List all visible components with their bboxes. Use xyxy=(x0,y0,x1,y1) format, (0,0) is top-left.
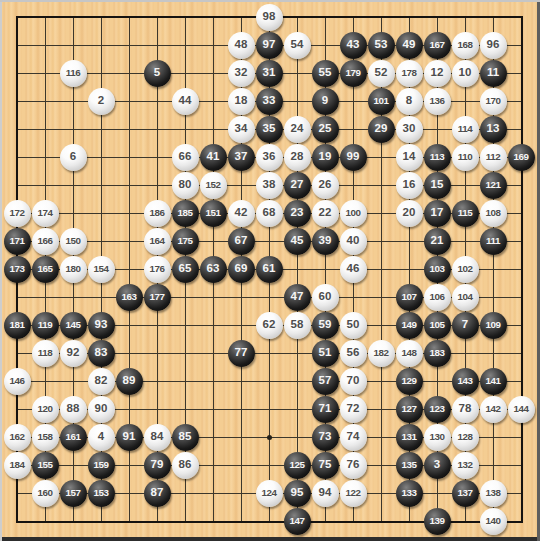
stone-77: 77 xyxy=(228,340,255,367)
stone-119: 119 xyxy=(32,312,59,339)
stone-56: 56 xyxy=(340,340,367,367)
stone-178: 178 xyxy=(396,60,423,87)
stone-3: 3 xyxy=(424,452,451,479)
stone-53: 53 xyxy=(368,32,395,59)
stone-33: 33 xyxy=(256,88,283,115)
stone-11: 11 xyxy=(480,60,507,87)
stone-154: 154 xyxy=(88,256,115,283)
stone-162: 162 xyxy=(4,424,31,451)
stone-32: 32 xyxy=(228,60,255,87)
stone-99: 99 xyxy=(340,144,367,171)
stone-137: 137 xyxy=(452,480,479,507)
stone-166: 166 xyxy=(32,228,59,255)
stone-184: 184 xyxy=(4,452,31,479)
stone-120: 120 xyxy=(32,396,59,423)
stone-168: 168 xyxy=(452,32,479,59)
stone-68: 68 xyxy=(256,200,283,227)
stone-52: 52 xyxy=(368,60,395,87)
stone-160: 160 xyxy=(32,480,59,507)
stone-179: 179 xyxy=(340,60,367,87)
stone-161: 161 xyxy=(60,424,87,451)
stone-121: 121 xyxy=(480,172,507,199)
stone-36: 36 xyxy=(256,144,283,171)
stone-106: 106 xyxy=(424,284,451,311)
stone-127: 127 xyxy=(396,396,423,423)
stone-123: 123 xyxy=(424,396,451,423)
stone-172: 172 xyxy=(4,200,31,227)
stone-122: 122 xyxy=(340,480,367,507)
stone-130: 130 xyxy=(424,424,451,451)
stone-74: 74 xyxy=(340,424,367,451)
stone-96: 96 xyxy=(480,32,507,59)
stone-113: 113 xyxy=(424,144,451,171)
stone-80: 80 xyxy=(172,172,199,199)
stone-91: 91 xyxy=(116,424,143,451)
stone-17: 17 xyxy=(424,200,451,227)
stone-115: 115 xyxy=(452,200,479,227)
stone-46: 46 xyxy=(340,256,367,283)
stone-82: 82 xyxy=(88,368,115,395)
stone-105: 105 xyxy=(424,312,451,339)
stone-37: 37 xyxy=(228,144,255,171)
stone-185: 185 xyxy=(172,200,199,227)
stone-76: 76 xyxy=(340,452,367,479)
stone-12: 12 xyxy=(424,60,451,87)
stone-71: 71 xyxy=(312,396,339,423)
stone-103: 103 xyxy=(424,256,451,283)
stone-176: 176 xyxy=(144,256,171,283)
stone-143: 143 xyxy=(452,368,479,395)
stone-26: 26 xyxy=(312,172,339,199)
stone-59: 59 xyxy=(312,312,339,339)
stone-23: 23 xyxy=(284,200,311,227)
stone-85: 85 xyxy=(172,424,199,451)
stone-153: 153 xyxy=(88,480,115,507)
stone-174: 174 xyxy=(32,200,59,227)
stone-157: 157 xyxy=(60,480,87,507)
stone-83: 83 xyxy=(88,340,115,367)
stone-181: 181 xyxy=(4,312,31,339)
stone-7: 7 xyxy=(452,312,479,339)
stone-175: 175 xyxy=(172,228,199,255)
stone-114: 114 xyxy=(452,116,479,143)
stone-15: 15 xyxy=(424,172,451,199)
stone-101: 101 xyxy=(368,88,395,115)
stone-97: 97 xyxy=(256,32,283,59)
stone-45: 45 xyxy=(284,228,311,255)
stone-48: 48 xyxy=(228,32,255,59)
stone-90: 90 xyxy=(88,396,115,423)
stone-61: 61 xyxy=(256,256,283,283)
stone-19: 19 xyxy=(312,144,339,171)
stone-70: 70 xyxy=(340,368,367,395)
stone-10: 10 xyxy=(452,60,479,87)
stone-72: 72 xyxy=(340,396,367,423)
stone-51: 51 xyxy=(312,340,339,367)
stone-13: 13 xyxy=(480,116,507,143)
stone-75: 75 xyxy=(312,452,339,479)
stone-62: 62 xyxy=(256,312,283,339)
stone-57: 57 xyxy=(312,368,339,395)
stone-151: 151 xyxy=(200,200,227,227)
stone-89: 89 xyxy=(116,368,143,395)
stone-98: 98 xyxy=(256,4,283,31)
stone-78: 78 xyxy=(452,396,479,423)
go-board[interactable]: 9848975443534916716896116532315517952178… xyxy=(0,0,540,541)
stone-29: 29 xyxy=(368,116,395,143)
stone-21: 21 xyxy=(424,228,451,255)
stone-183: 183 xyxy=(424,340,451,367)
stone-95: 95 xyxy=(284,480,311,507)
stone-141: 141 xyxy=(480,368,507,395)
stone-94: 94 xyxy=(312,480,339,507)
stone-43: 43 xyxy=(340,32,367,59)
stone-112: 112 xyxy=(480,144,507,171)
stone-20: 20 xyxy=(396,200,423,227)
stone-79: 79 xyxy=(144,452,171,479)
stone-60: 60 xyxy=(312,284,339,311)
stone-27: 27 xyxy=(284,172,311,199)
stone-104: 104 xyxy=(452,284,479,311)
stone-55: 55 xyxy=(312,60,339,87)
stone-24: 24 xyxy=(284,116,311,143)
stone-167: 167 xyxy=(424,32,451,59)
stone-35: 35 xyxy=(256,116,283,143)
stone-150: 150 xyxy=(60,228,87,255)
stone-42: 42 xyxy=(228,200,255,227)
stone-107: 107 xyxy=(396,284,423,311)
stone-186: 186 xyxy=(144,200,171,227)
stone-129: 129 xyxy=(396,368,423,395)
stone-44: 44 xyxy=(172,88,199,115)
stone-144: 144 xyxy=(508,396,535,423)
stone-128: 128 xyxy=(452,424,479,451)
stone-16: 16 xyxy=(396,172,423,199)
stone-169: 169 xyxy=(508,144,535,171)
stone-170: 170 xyxy=(480,88,507,115)
stone-84: 84 xyxy=(144,424,171,451)
stone-147: 147 xyxy=(284,508,311,535)
stone-135: 135 xyxy=(396,452,423,479)
stone-118: 118 xyxy=(32,340,59,367)
stone-125: 125 xyxy=(284,452,311,479)
stone-142: 142 xyxy=(480,396,507,423)
stone-58: 58 xyxy=(284,312,311,339)
stone-65: 65 xyxy=(172,256,199,283)
stone-177: 177 xyxy=(144,284,171,311)
stone-131: 131 xyxy=(396,424,423,451)
stone-145: 145 xyxy=(60,312,87,339)
stone-165: 165 xyxy=(32,256,59,283)
stone-116: 116 xyxy=(60,60,87,87)
stone-100: 100 xyxy=(340,200,367,227)
stone-173: 173 xyxy=(4,256,31,283)
stone-6: 6 xyxy=(60,144,87,171)
stone-40: 40 xyxy=(340,228,367,255)
stone-9: 9 xyxy=(312,88,339,115)
stone-171: 171 xyxy=(4,228,31,255)
stone-92: 92 xyxy=(60,340,87,367)
stone-159: 159 xyxy=(88,452,115,479)
stone-41: 41 xyxy=(200,144,227,171)
stone-146: 146 xyxy=(4,368,31,395)
stone-158: 158 xyxy=(32,424,59,451)
stone-34: 34 xyxy=(228,116,255,143)
stone-73: 73 xyxy=(312,424,339,451)
stone-133: 133 xyxy=(396,480,423,507)
stone-47: 47 xyxy=(284,284,311,311)
stone-110: 110 xyxy=(452,144,479,171)
stone-87: 87 xyxy=(144,480,171,507)
stone-111: 111 xyxy=(480,228,507,255)
stone-38: 38 xyxy=(256,172,283,199)
stone-31: 31 xyxy=(256,60,283,87)
stone-163: 163 xyxy=(116,284,143,311)
stone-8: 8 xyxy=(396,88,423,115)
stone-132: 132 xyxy=(452,452,479,479)
stone-30: 30 xyxy=(396,116,423,143)
stone-138: 138 xyxy=(480,480,507,507)
stone-109: 109 xyxy=(480,312,507,339)
stone-124: 124 xyxy=(256,480,283,507)
stone-182: 182 xyxy=(368,340,395,367)
stone-88: 88 xyxy=(60,396,87,423)
star-point xyxy=(267,435,272,440)
stone-4: 4 xyxy=(88,424,115,451)
stone-108: 108 xyxy=(480,200,507,227)
stone-14: 14 xyxy=(396,144,423,171)
stone-180: 180 xyxy=(60,256,87,283)
stone-69: 69 xyxy=(228,256,255,283)
stone-93: 93 xyxy=(88,312,115,339)
stone-54: 54 xyxy=(284,32,311,59)
stone-2: 2 xyxy=(88,88,115,115)
stone-5: 5 xyxy=(144,60,171,87)
stone-86: 86 xyxy=(172,452,199,479)
stone-149: 149 xyxy=(396,312,423,339)
stone-66: 66 xyxy=(172,144,199,171)
stone-49: 49 xyxy=(396,32,423,59)
stone-39: 39 xyxy=(312,228,339,255)
stone-18: 18 xyxy=(228,88,255,115)
stone-28: 28 xyxy=(284,144,311,171)
stone-148: 148 xyxy=(396,340,423,367)
stone-155: 155 xyxy=(32,452,59,479)
stone-67: 67 xyxy=(228,228,255,255)
stone-63: 63 xyxy=(200,256,227,283)
stone-140: 140 xyxy=(480,508,507,535)
stone-152: 152 xyxy=(200,172,227,199)
stone-102: 102 xyxy=(452,256,479,283)
stone-22: 22 xyxy=(312,200,339,227)
stone-139: 139 xyxy=(424,508,451,535)
stone-25: 25 xyxy=(312,116,339,143)
stone-164: 164 xyxy=(144,228,171,255)
stone-50: 50 xyxy=(340,312,367,339)
stone-136: 136 xyxy=(424,88,451,115)
